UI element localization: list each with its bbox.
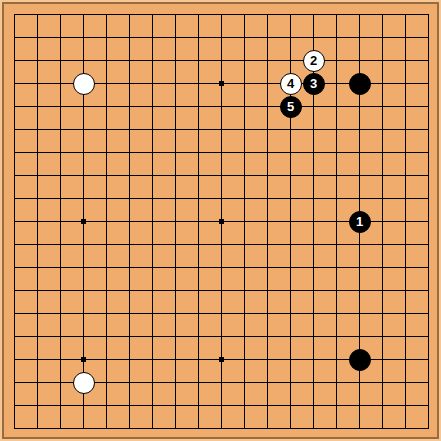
board-point	[72, 371, 95, 394]
board-grid: 24135	[3, 3, 440, 440]
star-point-dot	[219, 81, 224, 86]
board-point: 3	[302, 72, 325, 95]
stone-move-number: 4	[287, 77, 294, 90]
board-point: 4	[279, 72, 302, 95]
stone-black	[349, 73, 371, 95]
stone-move-number: 3	[310, 77, 317, 90]
board-point	[348, 72, 371, 95]
stone-white-move-2: 2	[303, 50, 325, 72]
stone-white	[73, 73, 95, 95]
board-surface: 24135	[2, 2, 439, 439]
stone-black-move-3: 3	[303, 73, 325, 95]
star-point-dot	[219, 357, 224, 362]
go-board: 24135	[0, 0, 441, 441]
star-point	[210, 72, 233, 95]
star-point-dot	[81, 219, 86, 224]
star-point	[72, 348, 95, 371]
stone-move-number: 5	[287, 100, 294, 113]
board-point: 1	[348, 210, 371, 233]
board-point: 5	[279, 95, 302, 118]
stone-move-number: 2	[310, 54, 317, 67]
star-point	[210, 210, 233, 233]
stone-move-number: 1	[356, 215, 363, 228]
board-point	[348, 348, 371, 371]
board-point: 2	[302, 49, 325, 72]
stone-black-move-1: 1	[349, 211, 371, 233]
star-point	[72, 210, 95, 233]
star-point-dot	[219, 219, 224, 224]
stone-black	[349, 349, 371, 371]
stone-black-move-5: 5	[280, 96, 302, 118]
stone-white	[73, 372, 95, 394]
stone-white-move-4: 4	[280, 73, 302, 95]
star-point	[210, 348, 233, 371]
star-point-dot	[81, 357, 86, 362]
board-point	[72, 72, 95, 95]
